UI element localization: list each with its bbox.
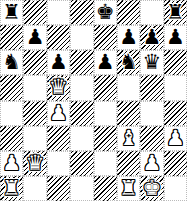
square-g3[interactable] (140, 126, 163, 151)
square-b8[interactable] (23, 0, 46, 25)
square-f5[interactable] (117, 75, 140, 100)
square-h5[interactable] (164, 75, 187, 100)
piece-black-pawn: ♟ (166, 27, 185, 48)
square-b2[interactable]: ♛ (23, 151, 46, 176)
square-e6[interactable]: ♟ (94, 50, 117, 75)
square-a6[interactable]: ♞ (0, 50, 23, 75)
piece-black-king: ♚ (96, 2, 115, 23)
piece-white-pawn: ♟ (166, 128, 185, 149)
piece-black-pawn: ♟ (96, 52, 115, 73)
square-c8[interactable] (47, 0, 70, 25)
square-a2[interactable]: ♟ (0, 151, 23, 176)
square-c7[interactable] (47, 25, 70, 50)
piece-white-queen: ♛ (49, 77, 68, 98)
square-b1[interactable] (23, 176, 46, 201)
chess-board: ♜♚♜♟♟♟♟♞♟♟♞♛♛♟♝♟♟♛♟♜♜♚ (0, 0, 187, 201)
square-e2[interactable] (94, 151, 117, 176)
square-b4[interactable] (23, 101, 46, 126)
square-b5[interactable] (23, 75, 46, 100)
square-c6[interactable]: ♟ (47, 50, 70, 75)
square-g5[interactable] (140, 75, 163, 100)
square-g7[interactable]: ♟ (140, 25, 163, 50)
square-a1[interactable]: ♜ (0, 176, 23, 201)
square-c4[interactable]: ♟ (47, 101, 70, 126)
square-f2[interactable] (117, 151, 140, 176)
piece-black-rook: ♜ (2, 2, 21, 23)
square-h4[interactable] (164, 101, 187, 126)
square-h3[interactable]: ♟ (164, 126, 187, 151)
square-g8[interactable] (140, 0, 163, 25)
square-c3[interactable] (47, 126, 70, 151)
square-c1[interactable] (47, 176, 70, 201)
square-d5[interactable] (70, 75, 93, 100)
square-a4[interactable] (0, 101, 23, 126)
square-e1[interactable] (94, 176, 117, 201)
square-e7[interactable] (94, 25, 117, 50)
piece-black-pawn: ♟ (49, 52, 68, 73)
square-b6[interactable] (23, 50, 46, 75)
square-d7[interactable] (70, 25, 93, 50)
square-a5[interactable] (0, 75, 23, 100)
square-e4[interactable] (94, 101, 117, 126)
chess-diagram: ♜♚♜♟♟♟♟♞♟♟♞♛♛♟♝♟♟♛♟♜♜♚ (0, 0, 187, 201)
square-a3[interactable] (0, 126, 23, 151)
square-f8[interactable] (117, 0, 140, 25)
square-a8[interactable]: ♜ (0, 0, 23, 25)
square-a7[interactable] (0, 25, 23, 50)
piece-white-rook: ♜ (2, 178, 21, 199)
square-g1[interactable]: ♚ (140, 176, 163, 201)
square-f4[interactable] (117, 101, 140, 126)
piece-black-knight: ♞ (119, 52, 138, 73)
square-d1[interactable] (70, 176, 93, 201)
piece-black-pawn: ♟ (119, 27, 138, 48)
square-d2[interactable] (70, 151, 93, 176)
piece-black-pawn: ♟ (143, 27, 162, 48)
piece-black-knight: ♞ (2, 52, 21, 73)
square-e3[interactable] (94, 126, 117, 151)
square-c5[interactable]: ♛ (47, 75, 70, 100)
square-h1[interactable] (164, 176, 187, 201)
square-h7[interactable]: ♟ (164, 25, 187, 50)
square-d4[interactable] (70, 101, 93, 126)
square-g4[interactable] (140, 101, 163, 126)
square-e5[interactable] (94, 75, 117, 100)
piece-white-pawn: ♟ (143, 153, 162, 174)
square-f1[interactable]: ♜ (117, 176, 140, 201)
square-d3[interactable] (70, 126, 93, 151)
piece-white-rook: ♜ (119, 178, 138, 199)
square-c2[interactable] (47, 151, 70, 176)
piece-black-pawn: ♟ (26, 27, 45, 48)
square-f3[interactable]: ♝ (117, 126, 140, 151)
piece-white-bishop: ♝ (119, 128, 138, 149)
square-g6[interactable]: ♛ (140, 50, 163, 75)
square-f7[interactable]: ♟ (117, 25, 140, 50)
square-h8[interactable]: ♜ (164, 0, 187, 25)
square-b3[interactable] (23, 126, 46, 151)
square-f6[interactable]: ♞ (117, 50, 140, 75)
square-h2[interactable] (164, 151, 187, 176)
piece-white-pawn: ♟ (49, 103, 68, 124)
square-d8[interactable] (70, 0, 93, 25)
square-g2[interactable]: ♟ (140, 151, 163, 176)
square-e8[interactable]: ♚ (94, 0, 117, 25)
piece-white-king: ♚ (143, 178, 162, 199)
piece-black-rook: ♜ (166, 2, 185, 23)
piece-black-queen: ♛ (143, 52, 162, 73)
square-b7[interactable]: ♟ (23, 25, 46, 50)
piece-white-queen: ♛ (26, 153, 45, 174)
piece-white-pawn: ♟ (2, 153, 21, 174)
square-d6[interactable] (70, 50, 93, 75)
square-h6[interactable] (164, 50, 187, 75)
